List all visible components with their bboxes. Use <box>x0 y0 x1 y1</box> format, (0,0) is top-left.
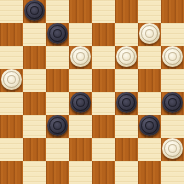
square-r3c0[interactable] <box>0 69 23 92</box>
screenshot-root <box>0 0 184 184</box>
square-r4c3[interactable] <box>69 92 92 115</box>
white-man-piece[interactable] <box>70 46 91 67</box>
square-r0c6[interactable] <box>138 0 161 23</box>
square-r5c1[interactable] <box>23 115 46 138</box>
square-r4c1[interactable] <box>23 92 46 115</box>
square-r1c6[interactable] <box>138 23 161 46</box>
white-man-piece[interactable] <box>1 69 22 90</box>
square-r2c4[interactable] <box>92 46 115 69</box>
square-r3c1[interactable] <box>23 69 46 92</box>
square-r3c3[interactable] <box>69 69 92 92</box>
black-man-piece[interactable] <box>116 92 137 113</box>
square-r3c7[interactable] <box>161 69 184 92</box>
square-r6c3[interactable] <box>69 138 92 161</box>
white-man-piece[interactable] <box>116 46 137 67</box>
square-r6c0[interactable] <box>0 138 23 161</box>
square-r0c3[interactable] <box>69 0 92 23</box>
square-r6c7[interactable] <box>161 138 184 161</box>
black-man-piece[interactable] <box>162 92 183 113</box>
square-r0c0[interactable] <box>0 0 23 23</box>
square-r4c4[interactable] <box>92 92 115 115</box>
checkers-board <box>0 0 184 184</box>
square-r3c4[interactable] <box>92 69 115 92</box>
square-r7c0[interactable] <box>0 161 23 184</box>
black-man-piece[interactable] <box>70 92 91 113</box>
black-man-piece[interactable] <box>139 115 160 136</box>
square-r5c7[interactable] <box>161 115 184 138</box>
square-r7c5[interactable] <box>115 161 138 184</box>
square-r5c4[interactable] <box>92 115 115 138</box>
square-r0c7[interactable] <box>161 0 184 23</box>
square-r4c6[interactable] <box>138 92 161 115</box>
square-r0c5[interactable] <box>115 0 138 23</box>
square-r5c0[interactable] <box>0 115 23 138</box>
square-r1c5[interactable] <box>115 23 138 46</box>
square-r2c5[interactable] <box>115 46 138 69</box>
square-r7c2[interactable] <box>46 161 69 184</box>
black-man-piece[interactable] <box>47 23 68 44</box>
square-r5c2[interactable] <box>46 115 69 138</box>
square-r7c4[interactable] <box>92 161 115 184</box>
square-r6c4[interactable] <box>92 138 115 161</box>
square-r3c5[interactable] <box>115 69 138 92</box>
square-r1c1[interactable] <box>23 23 46 46</box>
square-r6c5[interactable] <box>115 138 138 161</box>
black-man-piece[interactable] <box>24 0 45 21</box>
square-r7c1[interactable] <box>23 161 46 184</box>
square-r0c4[interactable] <box>92 0 115 23</box>
square-r7c6[interactable] <box>138 161 161 184</box>
square-r4c0[interactable] <box>0 92 23 115</box>
square-r5c3[interactable] <box>69 115 92 138</box>
square-r2c6[interactable] <box>138 46 161 69</box>
square-r4c5[interactable] <box>115 92 138 115</box>
square-r6c6[interactable] <box>138 138 161 161</box>
square-r2c7[interactable] <box>161 46 184 69</box>
square-r1c4[interactable] <box>92 23 115 46</box>
black-man-piece[interactable] <box>47 115 68 136</box>
square-r5c6[interactable] <box>138 115 161 138</box>
square-r2c3[interactable] <box>69 46 92 69</box>
square-r1c7[interactable] <box>161 23 184 46</box>
white-man-piece[interactable] <box>162 138 183 159</box>
square-r2c1[interactable] <box>23 46 46 69</box>
square-r3c6[interactable] <box>138 69 161 92</box>
white-man-piece[interactable] <box>139 23 160 44</box>
white-man-piece[interactable] <box>162 46 183 67</box>
square-r5c5[interactable] <box>115 115 138 138</box>
square-r0c2[interactable] <box>46 0 69 23</box>
square-r2c2[interactable] <box>46 46 69 69</box>
square-r1c3[interactable] <box>69 23 92 46</box>
square-r7c7[interactable] <box>161 161 184 184</box>
square-r6c1[interactable] <box>23 138 46 161</box>
square-r1c2[interactable] <box>46 23 69 46</box>
square-r0c1[interactable] <box>23 0 46 23</box>
square-r7c3[interactable] <box>69 161 92 184</box>
square-r4c7[interactable] <box>161 92 184 115</box>
square-r3c2[interactable] <box>46 69 69 92</box>
square-r1c0[interactable] <box>0 23 23 46</box>
square-r2c0[interactable] <box>0 46 23 69</box>
square-r4c2[interactable] <box>46 92 69 115</box>
square-r6c2[interactable] <box>46 138 69 161</box>
